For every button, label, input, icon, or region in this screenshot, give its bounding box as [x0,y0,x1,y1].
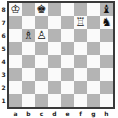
file-label-g: g [87,109,100,117]
file-label-h: h [100,109,113,117]
square-e6[interactable] [61,29,74,42]
file-label-b: b [22,109,35,117]
square-d1[interactable] [48,94,61,107]
black-knight-h7: ♞ [101,16,111,29]
square-c7[interactable] [35,16,48,29]
square-a4[interactable] [9,55,22,68]
rank-label-4: 4 [0,55,7,68]
file-label-a: a [9,109,22,117]
square-b2[interactable] [22,81,35,94]
square-d2[interactable] [48,81,61,94]
white-bishop-b6: ♗ [23,29,33,42]
square-c4[interactable] [35,55,48,68]
square-f3[interactable] [74,68,87,81]
rank-label-3: 3 [0,68,7,81]
square-a6[interactable] [9,29,22,42]
square-e3[interactable] [61,68,74,81]
square-h8[interactable]: ♝ [100,3,113,16]
square-b7[interactable] [22,16,35,29]
square-e8[interactable] [61,3,74,16]
chess-board: ♔♚♝♖♞♗♙ [7,1,115,109]
square-g7[interactable] [87,16,100,29]
square-g5[interactable] [87,42,100,55]
square-f8[interactable] [74,3,87,16]
square-a2[interactable] [9,81,22,94]
square-b4[interactable] [22,55,35,68]
square-a3[interactable] [9,68,22,81]
square-f4[interactable] [74,55,87,68]
square-e2[interactable] [61,81,74,94]
rank-label-1: 1 [0,94,7,107]
rank-label-7: 7 [0,16,7,29]
square-b8[interactable] [22,3,35,16]
file-label-e: e [61,109,74,117]
square-g6[interactable] [87,29,100,42]
square-f5[interactable] [74,42,87,55]
square-h2[interactable] [100,81,113,94]
square-c1[interactable] [35,94,48,107]
square-f1[interactable] [74,94,87,107]
square-d5[interactable] [48,42,61,55]
square-f7[interactable]: ♖ [74,16,87,29]
rank-label-8: 8 [0,3,7,16]
square-a7[interactable] [9,16,22,29]
square-g3[interactable] [87,68,100,81]
square-h1[interactable] [100,94,113,107]
rank-labels: 87654321 [0,3,7,107]
black-bishop-h8: ♝ [101,3,111,16]
square-e1[interactable] [61,94,74,107]
white-king-a8: ♔ [10,3,20,16]
white-pawn-c6: ♙ [36,29,46,42]
file-label-d: d [48,109,61,117]
square-h6[interactable] [100,29,113,42]
square-c5[interactable] [35,42,48,55]
square-a5[interactable] [9,42,22,55]
square-b5[interactable] [22,42,35,55]
rank-label-6: 6 [0,29,7,42]
square-g2[interactable] [87,81,100,94]
rank-label-2: 2 [0,81,7,94]
square-c8[interactable]: ♚ [35,3,48,16]
square-h7[interactable]: ♞ [100,16,113,29]
square-h5[interactable] [100,42,113,55]
square-f2[interactable] [74,81,87,94]
file-label-c: c [35,109,48,117]
white-rook-f7: ♖ [75,16,85,29]
square-g4[interactable] [87,55,100,68]
square-d4[interactable] [48,55,61,68]
square-f6[interactable] [74,29,87,42]
square-e5[interactable] [61,42,74,55]
square-c3[interactable] [35,68,48,81]
square-e4[interactable] [61,55,74,68]
square-h4[interactable] [100,55,113,68]
square-d8[interactable] [48,3,61,16]
square-c2[interactable] [35,81,48,94]
square-a8[interactable]: ♔ [9,3,22,16]
file-labels: abcdefgh [9,109,113,117]
square-e7[interactable] [61,16,74,29]
square-h3[interactable] [100,68,113,81]
square-b1[interactable] [22,94,35,107]
square-g1[interactable] [87,94,100,107]
square-c6[interactable]: ♙ [35,29,48,42]
square-b6[interactable]: ♗ [22,29,35,42]
square-a1[interactable] [9,94,22,107]
black-king-c8: ♚ [36,3,46,16]
square-g8[interactable] [87,3,100,16]
square-d6[interactable] [48,29,61,42]
square-d7[interactable] [48,16,61,29]
rank-label-5: 5 [0,42,7,55]
square-d3[interactable] [48,68,61,81]
chess-diagram: 87654321 ♔♚♝♖♞♗♙ abcdefgh [0,0,118,118]
square-b3[interactable] [22,68,35,81]
file-label-f: f [74,109,87,117]
